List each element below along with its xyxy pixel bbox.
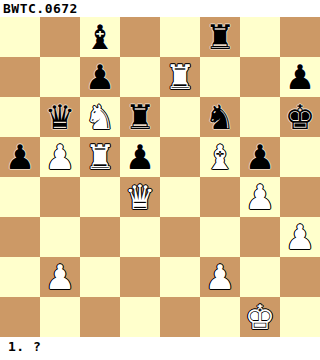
puzzle-title: BWTC.0672: [0, 0, 320, 17]
square-g8[interactable]: [240, 17, 280, 57]
square-d8[interactable]: [120, 17, 160, 57]
square-h2[interactable]: [280, 257, 320, 297]
square-g4[interactable]: ♟: [240, 177, 280, 217]
white-pawn[interactable]: ♟: [205, 257, 235, 297]
square-b8[interactable]: [40, 17, 80, 57]
square-h5[interactable]: [280, 137, 320, 177]
black-pawn[interactable]: ♟: [5, 137, 35, 177]
square-f3[interactable]: [200, 217, 240, 257]
square-b2[interactable]: ♟: [40, 257, 80, 297]
square-f5[interactable]: ♝: [200, 137, 240, 177]
square-c2[interactable]: [80, 257, 120, 297]
square-f1[interactable]: [200, 297, 240, 337]
square-e4[interactable]: [160, 177, 200, 217]
white-pawn[interactable]: ♟: [45, 137, 75, 177]
square-c8[interactable]: ♝: [80, 17, 120, 57]
square-b4[interactable]: [40, 177, 80, 217]
square-c4[interactable]: [80, 177, 120, 217]
square-g5[interactable]: ♟: [240, 137, 280, 177]
square-g1[interactable]: ♚: [240, 297, 280, 337]
black-bishop[interactable]: ♝: [85, 17, 115, 57]
square-e1[interactable]: [160, 297, 200, 337]
white-pawn[interactable]: ♟: [45, 257, 75, 297]
white-rook[interactable]: ♜: [85, 137, 115, 177]
square-f4[interactable]: [200, 177, 240, 217]
square-d4[interactable]: ♛: [120, 177, 160, 217]
white-queen[interactable]: ♛: [125, 177, 155, 217]
square-h6[interactable]: ♚: [280, 97, 320, 137]
square-f6[interactable]: ♞: [200, 97, 240, 137]
square-c5[interactable]: ♜: [80, 137, 120, 177]
square-a5[interactable]: ♟: [0, 137, 40, 177]
square-c1[interactable]: [80, 297, 120, 337]
black-queen[interactable]: ♛: [45, 97, 75, 137]
square-d7[interactable]: [120, 57, 160, 97]
black-pawn[interactable]: ♟: [245, 137, 275, 177]
square-g3[interactable]: [240, 217, 280, 257]
square-h3[interactable]: ♟: [280, 217, 320, 257]
white-pawn[interactable]: ♟: [245, 177, 275, 217]
square-g7[interactable]: [240, 57, 280, 97]
square-d6[interactable]: ♜: [120, 97, 160, 137]
black-rook[interactable]: ♜: [125, 97, 155, 137]
square-a6[interactable]: [0, 97, 40, 137]
square-a3[interactable]: [0, 217, 40, 257]
square-e7[interactable]: ♜: [160, 57, 200, 97]
white-rook[interactable]: ♜: [165, 57, 195, 97]
white-pawn[interactable]: ♟: [285, 217, 315, 257]
square-h8[interactable]: [280, 17, 320, 57]
square-a8[interactable]: [0, 17, 40, 57]
square-d1[interactable]: [120, 297, 160, 337]
square-d2[interactable]: [120, 257, 160, 297]
square-d5[interactable]: ♟: [120, 137, 160, 177]
white-king[interactable]: ♚: [245, 297, 275, 337]
square-f8[interactable]: ♜: [200, 17, 240, 57]
black-rook[interactable]: ♜: [205, 17, 235, 57]
chess-board: ♝♜♟♜♟♛♞♜♞♚♟♟♜♟♝♟♛♟♟♟♟♚: [0, 17, 320, 337]
black-knight[interactable]: ♞: [205, 97, 235, 137]
black-king[interactable]: ♚: [285, 97, 315, 137]
square-f2[interactable]: ♟: [200, 257, 240, 297]
square-g6[interactable]: [240, 97, 280, 137]
square-f7[interactable]: [200, 57, 240, 97]
square-e6[interactable]: [160, 97, 200, 137]
square-e5[interactable]: [160, 137, 200, 177]
square-a4[interactable]: [0, 177, 40, 217]
move-prompt: 1. ?: [0, 337, 320, 360]
square-e2[interactable]: [160, 257, 200, 297]
square-d3[interactable]: [120, 217, 160, 257]
square-b5[interactable]: ♟: [40, 137, 80, 177]
square-c7[interactable]: ♟: [80, 57, 120, 97]
square-g2[interactable]: [240, 257, 280, 297]
black-pawn[interactable]: ♟: [125, 137, 155, 177]
square-a1[interactable]: [0, 297, 40, 337]
square-a2[interactable]: [0, 257, 40, 297]
chess-puzzle-window: BWTC.0672 ♝♜♟♜♟♛♞♜♞♚♟♟♜♟♝♟♛♟♟♟♟♚ 1. ?: [0, 0, 320, 360]
square-b1[interactable]: [40, 297, 80, 337]
square-e3[interactable]: [160, 217, 200, 257]
square-c3[interactable]: [80, 217, 120, 257]
square-h7[interactable]: ♟: [280, 57, 320, 97]
square-a7[interactable]: [0, 57, 40, 97]
white-knight[interactable]: ♞: [85, 97, 115, 137]
square-e8[interactable]: [160, 17, 200, 57]
square-b7[interactable]: [40, 57, 80, 97]
square-h4[interactable]: [280, 177, 320, 217]
black-pawn[interactable]: ♟: [285, 57, 315, 97]
square-b3[interactable]: [40, 217, 80, 257]
white-bishop[interactable]: ♝: [205, 137, 235, 177]
square-c6[interactable]: ♞: [80, 97, 120, 137]
square-h1[interactable]: [280, 297, 320, 337]
black-pawn[interactable]: ♟: [85, 57, 115, 97]
square-b6[interactable]: ♛: [40, 97, 80, 137]
